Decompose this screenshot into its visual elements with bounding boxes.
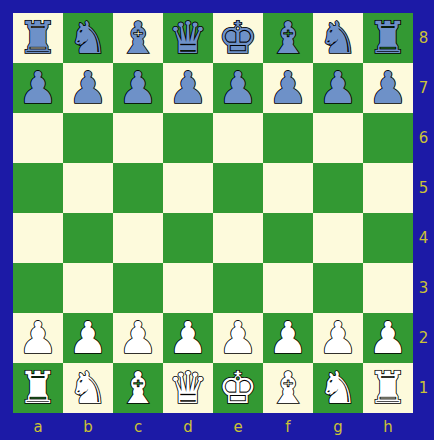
square-g6[interactable] [313,113,363,163]
piece-white-king[interactable]: ♚ [218,366,257,410]
file-label-g: g [313,413,363,440]
piece-black-pawn[interactable]: ♟ [168,66,207,110]
piece-black-knight[interactable]: ♞ [68,16,107,60]
square-a1[interactable]: ♜ [13,363,63,413]
piece-white-pawn[interactable]: ♟ [68,316,107,360]
square-h1[interactable]: ♜ [363,363,413,413]
piece-white-pawn[interactable]: ♟ [268,316,307,360]
square-a7[interactable]: ♟ [13,63,63,113]
square-d8[interactable]: ♛ [163,13,213,63]
file-label-d: d [163,413,213,440]
file-label-a: a [13,413,63,440]
square-b8[interactable]: ♞ [63,13,113,63]
square-e8[interactable]: ♚ [213,13,263,63]
piece-white-bishop[interactable]: ♝ [268,366,307,410]
square-d6[interactable] [163,113,213,163]
square-f3[interactable] [263,263,313,313]
piece-black-rook[interactable]: ♜ [18,16,57,60]
square-d3[interactable] [163,263,213,313]
file-label-e: e [213,413,263,440]
piece-white-pawn[interactable]: ♟ [368,316,407,360]
square-e1[interactable]: ♚ [213,363,263,413]
square-g4[interactable] [313,213,363,263]
rank-label-1: 1 [413,363,434,413]
square-c8[interactable]: ♝ [113,13,163,63]
square-e6[interactable] [213,113,263,163]
square-g5[interactable] [313,163,363,213]
piece-black-pawn[interactable]: ♟ [268,66,307,110]
square-b5[interactable] [63,163,113,213]
square-e2[interactable]: ♟ [213,313,263,363]
square-a2[interactable]: ♟ [13,313,63,363]
square-d2[interactable]: ♟ [163,313,213,363]
rank-label-3: 3 [413,263,434,313]
square-g7[interactable]: ♟ [313,63,363,113]
square-e4[interactable] [213,213,263,263]
piece-black-pawn[interactable]: ♟ [218,66,257,110]
piece-white-rook[interactable]: ♜ [368,366,407,410]
square-h5[interactable] [363,163,413,213]
square-a5[interactable] [13,163,63,213]
piece-black-pawn[interactable]: ♟ [318,66,357,110]
piece-black-bishop[interactable]: ♝ [268,16,307,60]
square-c4[interactable] [113,213,163,263]
rank-label-2: 2 [413,313,434,363]
square-f6[interactable] [263,113,313,163]
square-c7[interactable]: ♟ [113,63,163,113]
square-h2[interactable]: ♟ [363,313,413,363]
square-b2[interactable]: ♟ [63,313,113,363]
square-f8[interactable]: ♝ [263,13,313,63]
file-label-b: b [63,413,113,440]
square-f4[interactable] [263,213,313,263]
piece-white-rook[interactable]: ♜ [18,366,57,410]
piece-black-king[interactable]: ♚ [218,16,257,60]
rank-label-6: 6 [413,113,434,163]
piece-black-pawn[interactable]: ♟ [18,66,57,110]
square-e3[interactable] [213,263,263,313]
square-f1[interactable]: ♝ [263,363,313,413]
file-label-c: c [113,413,163,440]
rank-label-5: 5 [413,163,434,213]
square-f7[interactable]: ♟ [263,63,313,113]
square-a8[interactable]: ♜ [13,13,63,63]
square-g8[interactable]: ♞ [313,13,363,63]
chess-board: ♜♞♝♛♚♝♞♜♟♟♟♟♟♟♟♟♟♟♟♟♟♟♟♟♜♞♝♛♚♝♞♜ [13,13,413,413]
piece-white-bishop[interactable]: ♝ [118,366,157,410]
rank-labels: 87654321 [413,13,434,413]
square-b3[interactable] [63,263,113,313]
square-h7[interactable]: ♟ [363,63,413,113]
square-h6[interactable] [363,113,413,163]
rank-label-4: 4 [413,213,434,263]
square-e7[interactable]: ♟ [213,63,263,113]
square-h4[interactable] [363,213,413,263]
square-b4[interactable] [63,213,113,263]
rank-label-7: 7 [413,63,434,113]
file-label-h: h [363,413,413,440]
square-g2[interactable]: ♟ [313,313,363,363]
piece-white-pawn[interactable]: ♟ [18,316,57,360]
square-c3[interactable] [113,263,163,313]
square-c1[interactable]: ♝ [113,363,163,413]
square-a4[interactable] [13,213,63,263]
piece-white-pawn[interactable]: ♟ [218,316,257,360]
square-c2[interactable]: ♟ [113,313,163,363]
piece-white-pawn[interactable]: ♟ [118,316,157,360]
square-d4[interactable] [163,213,213,263]
piece-white-knight[interactable]: ♞ [68,366,107,410]
piece-white-pawn[interactable]: ♟ [318,316,357,360]
piece-black-pawn[interactable]: ♟ [368,66,407,110]
square-f2[interactable]: ♟ [263,313,313,363]
piece-black-bishop[interactable]: ♝ [118,16,157,60]
square-b1[interactable]: ♞ [63,363,113,413]
square-h3[interactable] [363,263,413,313]
square-f5[interactable] [263,163,313,213]
piece-white-queen[interactable]: ♛ [168,366,207,410]
piece-white-knight[interactable]: ♞ [318,366,357,410]
square-g3[interactable] [313,263,363,313]
square-e5[interactable] [213,163,263,213]
piece-black-queen[interactable]: ♛ [168,16,207,60]
square-c6[interactable] [113,113,163,163]
square-d1[interactable]: ♛ [163,363,213,413]
square-a3[interactable] [13,263,63,313]
file-label-f: f [263,413,313,440]
piece-black-pawn[interactable]: ♟ [118,66,157,110]
square-b6[interactable] [63,113,113,163]
piece-black-knight[interactable]: ♞ [318,16,357,60]
chess-board-frame: ♜♞♝♛♚♝♞♜♟♟♟♟♟♟♟♟♟♟♟♟♟♟♟♟♜♞♝♛♚♝♞♜ 8765432… [0,0,434,440]
square-a6[interactable] [13,113,63,163]
file-labels: abcdefgh [13,413,413,440]
square-g1[interactable]: ♞ [313,363,363,413]
square-h8[interactable]: ♜ [363,13,413,63]
piece-black-pawn[interactable]: ♟ [68,66,107,110]
piece-white-pawn[interactable]: ♟ [168,316,207,360]
piece-black-rook[interactable]: ♜ [368,16,407,60]
square-c5[interactable] [113,163,163,213]
rank-label-8: 8 [413,13,434,63]
square-b7[interactable]: ♟ [63,63,113,113]
square-d5[interactable] [163,163,213,213]
square-d7[interactable]: ♟ [163,63,213,113]
